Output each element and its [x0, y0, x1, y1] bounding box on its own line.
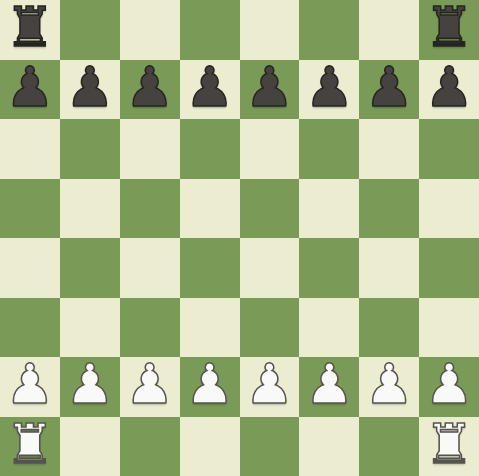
square-g8[interactable]: [359, 0, 419, 60]
square-c3[interactable]: [120, 298, 180, 358]
square-f6[interactable]: [299, 119, 359, 179]
square-d4[interactable]: [180, 238, 240, 298]
square-g4[interactable]: [359, 238, 419, 298]
square-h3[interactable]: [419, 298, 479, 358]
square-h5[interactable]: [419, 179, 479, 239]
piece-black-pawn[interactable]: ♟: [245, 60, 294, 115]
chess-board-container: ♜♜♟♟♟♟♟♟♟♟♟♟♟♟♟♟♟♟♜♜: [0, 0, 479, 476]
square-f7[interactable]: ♟: [299, 60, 359, 120]
piece-black-rook[interactable]: ♜: [424, 0, 473, 55]
piece-white-pawn[interactable]: ♟: [185, 357, 234, 412]
square-d2[interactable]: ♟: [180, 357, 240, 417]
square-c6[interactable]: [120, 119, 180, 179]
square-h6[interactable]: [419, 119, 479, 179]
square-b4[interactable]: [60, 238, 120, 298]
piece-white-pawn[interactable]: ♟: [245, 357, 294, 412]
square-g1[interactable]: [359, 417, 419, 476]
piece-black-rook[interactable]: ♜: [5, 0, 54, 55]
piece-white-pawn[interactable]: ♟: [424, 357, 473, 412]
square-e3[interactable]: [240, 298, 300, 358]
square-b2[interactable]: ♟: [60, 357, 120, 417]
square-b7[interactable]: ♟: [60, 60, 120, 120]
square-f1[interactable]: [299, 417, 359, 476]
square-a8[interactable]: ♜: [0, 0, 60, 60]
piece-white-pawn[interactable]: ♟: [5, 357, 54, 412]
square-c1[interactable]: [120, 417, 180, 476]
square-d7[interactable]: ♟: [180, 60, 240, 120]
square-g2[interactable]: ♟: [359, 357, 419, 417]
square-e6[interactable]: [240, 119, 300, 179]
piece-white-pawn[interactable]: ♟: [125, 357, 174, 412]
square-g3[interactable]: [359, 298, 419, 358]
piece-black-pawn[interactable]: ♟: [365, 60, 414, 115]
square-f5[interactable]: [299, 179, 359, 239]
square-d1[interactable]: [180, 417, 240, 476]
piece-white-pawn[interactable]: ♟: [365, 357, 414, 412]
square-a4[interactable]: [0, 238, 60, 298]
piece-black-pawn[interactable]: ♟: [5, 60, 54, 115]
square-e1[interactable]: [240, 417, 300, 476]
square-f4[interactable]: [299, 238, 359, 298]
square-d8[interactable]: [180, 0, 240, 60]
square-a7[interactable]: ♟: [0, 60, 60, 120]
square-e8[interactable]: [240, 0, 300, 60]
square-d5[interactable]: [180, 179, 240, 239]
square-d3[interactable]: [180, 298, 240, 358]
piece-black-pawn[interactable]: ♟: [305, 60, 354, 115]
square-c4[interactable]: [120, 238, 180, 298]
square-a3[interactable]: [0, 298, 60, 358]
square-e4[interactable]: [240, 238, 300, 298]
square-b5[interactable]: [60, 179, 120, 239]
square-b1[interactable]: [60, 417, 120, 476]
square-h7[interactable]: ♟: [419, 60, 479, 120]
piece-black-pawn[interactable]: ♟: [125, 60, 174, 115]
square-f8[interactable]: [299, 0, 359, 60]
square-c7[interactable]: ♟: [120, 60, 180, 120]
square-h2[interactable]: ♟: [419, 357, 479, 417]
square-d6[interactable]: [180, 119, 240, 179]
square-h8[interactable]: ♜: [419, 0, 479, 60]
square-a1[interactable]: ♜: [0, 417, 60, 476]
piece-black-pawn[interactable]: ♟: [424, 60, 473, 115]
square-f3[interactable]: [299, 298, 359, 358]
square-a6[interactable]: [0, 119, 60, 179]
square-g7[interactable]: ♟: [359, 60, 419, 120]
square-a5[interactable]: [0, 179, 60, 239]
square-c8[interactable]: [120, 0, 180, 60]
piece-white-pawn[interactable]: ♟: [65, 357, 114, 412]
square-a2[interactable]: ♟: [0, 357, 60, 417]
square-g5[interactable]: [359, 179, 419, 239]
piece-white-rook[interactable]: ♜: [5, 417, 54, 472]
square-b8[interactable]: [60, 0, 120, 60]
square-f2[interactable]: ♟: [299, 357, 359, 417]
square-b3[interactable]: [60, 298, 120, 358]
square-h4[interactable]: [419, 238, 479, 298]
square-e2[interactable]: ♟: [240, 357, 300, 417]
square-e5[interactable]: [240, 179, 300, 239]
square-g6[interactable]: [359, 119, 419, 179]
square-h1[interactable]: ♜: [419, 417, 479, 476]
piece-black-pawn[interactable]: ♟: [185, 60, 234, 115]
square-c5[interactable]: [120, 179, 180, 239]
square-e7[interactable]: ♟: [240, 60, 300, 120]
piece-white-pawn[interactable]: ♟: [305, 357, 354, 412]
piece-black-pawn[interactable]: ♟: [65, 60, 114, 115]
piece-white-rook[interactable]: ♜: [424, 417, 473, 472]
chess-board: ♜♜♟♟♟♟♟♟♟♟♟♟♟♟♟♟♟♟♜♜: [0, 0, 479, 476]
square-c2[interactable]: ♟: [120, 357, 180, 417]
square-b6[interactable]: [60, 119, 120, 179]
